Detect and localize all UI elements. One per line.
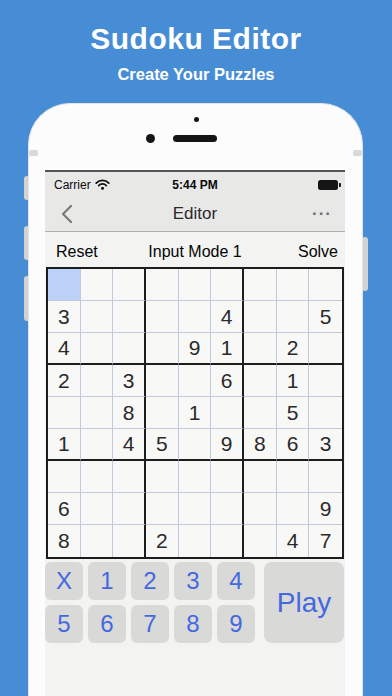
key-2[interactable]: 2: [131, 562, 169, 600]
sudoku-cell-r1c1[interactable]: [48, 269, 81, 301]
solve-button[interactable]: Solve: [298, 243, 338, 261]
key-9[interactable]: 9: [217, 605, 255, 643]
sudoku-cell-r3c9[interactable]: [309, 333, 342, 365]
sudoku-cell-r1c3[interactable]: [113, 269, 146, 301]
sudoku-cell-r1c7[interactable]: [244, 269, 277, 301]
sudoku-cell-r5c5[interactable]: 1: [179, 397, 212, 429]
sudoku-cell-r1c5[interactable]: [179, 269, 212, 301]
number-keys: X 1 2 3 4 5 6 7 8 9: [45, 562, 255, 643]
sudoku-cell-r5c2[interactable]: [81, 397, 114, 429]
sudoku-cell-r4c2[interactable]: [81, 365, 114, 397]
sudoku-cell-r5c4[interactable]: [146, 397, 179, 429]
more-menu-button ellipsis-icon[interactable]: ···: [312, 197, 332, 231]
antenna-line-right: [353, 150, 362, 156]
nav-bar: Editor ···: [45, 197, 345, 232]
sudoku-cell-r2c2[interactable]: [81, 301, 114, 333]
sudoku-cell-r5c9[interactable]: [309, 397, 342, 429]
sudoku-cell-r8c6[interactable]: [211, 493, 244, 525]
key-1[interactable]: 1: [88, 562, 126, 600]
sudoku-cell-r2c6[interactable]: 4: [211, 301, 244, 333]
key-x[interactable]: X: [45, 562, 83, 600]
key-6[interactable]: 6: [88, 605, 126, 643]
sudoku-cell-r7c5[interactable]: [179, 461, 212, 493]
sudoku-cell-r3c7[interactable]: [244, 333, 277, 365]
sudoku-cell-r7c9[interactable]: [309, 461, 342, 493]
antenna-line-left: [29, 150, 38, 156]
sudoku-cell-r8c3[interactable]: [113, 493, 146, 525]
battery-icon: [318, 180, 338, 190]
sudoku-cell-r9c1[interactable]: 8: [48, 525, 81, 557]
sudoku-cell-r4c4[interactable]: [146, 365, 179, 397]
sudoku-cell-r8c2[interactable]: [81, 493, 114, 525]
sudoku-cell-r5c7[interactable]: [244, 397, 277, 429]
sudoku-cell-r9c9[interactable]: 7: [309, 525, 342, 557]
sudoku-cell-r6c5[interactable]: [179, 429, 212, 461]
sudoku-cell-r7c7[interactable]: [244, 461, 277, 493]
screen: Carrier 5:44 PM Editor ··· Reset Input M…: [45, 170, 345, 696]
key-5[interactable]: 5: [45, 605, 83, 643]
sudoku-cell-r7c2[interactable]: [81, 461, 114, 493]
proximity-sensor-dot: [194, 117, 199, 122]
sudoku-cell-r4c7[interactable]: [244, 365, 277, 397]
sudoku-cell-r6c9[interactable]: 3: [309, 429, 342, 461]
sudoku-cell-r3c3[interactable]: [113, 333, 146, 365]
sudoku-cell-r9c6[interactable]: [211, 525, 244, 557]
nav-title: Editor: [45, 197, 345, 231]
sudoku-cell-r3c5[interactable]: 9: [179, 333, 212, 365]
sudoku-grid: 345491223618151459863698247: [46, 267, 344, 559]
sudoku-cell-r5c3[interactable]: 8: [113, 397, 146, 429]
key-3[interactable]: 3: [174, 562, 212, 600]
sudoku-cell-r8c8[interactable]: [277, 493, 310, 525]
clock-label: 5:44 PM: [45, 178, 345, 192]
sudoku-cell-r9c7[interactable]: [244, 525, 277, 557]
sudoku-cell-r4c9[interactable]: [309, 365, 342, 397]
sudoku-cell-r3c6[interactable]: 1: [211, 333, 244, 365]
sudoku-cell-r6c8[interactable]: 6: [277, 429, 310, 461]
sudoku-cell-r4c1[interactable]: 2: [48, 365, 81, 397]
keypad: X 1 2 3 4 5 6 7 8 9 Play: [45, 562, 345, 643]
phone-frame: Carrier 5:44 PM Editor ··· Reset Input M…: [28, 103, 363, 696]
sudoku-cell-r5c1[interactable]: [48, 397, 81, 429]
sudoku-cell-r1c6[interactable]: [211, 269, 244, 301]
sudoku-cell-r8c4[interactable]: [146, 493, 179, 525]
page-title: Sudoku Editor: [0, 22, 392, 56]
sudoku-cell-r4c5[interactable]: [179, 365, 212, 397]
sudoku-cell-r3c8[interactable]: 2: [277, 333, 310, 365]
sudoku-cell-r6c6[interactable]: 9: [211, 429, 244, 461]
sudoku-cell-r9c3[interactable]: [113, 525, 146, 557]
sudoku-cell-r2c1[interactable]: 3: [48, 301, 81, 333]
front-camera-icon: [146, 134, 155, 143]
sudoku-cell-r9c8[interactable]: 4: [277, 525, 310, 557]
sudoku-cell-r8c9[interactable]: 9: [309, 493, 342, 525]
key-4[interactable]: 4: [217, 562, 255, 600]
sudoku-cell-r8c1[interactable]: 6: [48, 493, 81, 525]
page-subtitle: Create Your Puzzles: [0, 65, 392, 84]
sudoku-cell-r7c3[interactable]: [113, 461, 146, 493]
sudoku-cell-r2c8[interactable]: [277, 301, 310, 333]
key-8[interactable]: 8: [174, 605, 212, 643]
sudoku-cell-r3c1[interactable]: 4: [48, 333, 81, 365]
sudoku-cell-r4c3[interactable]: 3: [113, 365, 146, 397]
sudoku-cell-r5c8[interactable]: 5: [277, 397, 310, 429]
play-button[interactable]: Play: [264, 562, 344, 643]
sudoku-cell-r4c6[interactable]: 6: [211, 365, 244, 397]
key-7[interactable]: 7: [131, 605, 169, 643]
sudoku-cell-r6c4[interactable]: 5: [146, 429, 179, 461]
sudoku-cell-r3c4[interactable]: [146, 333, 179, 365]
sudoku-cell-r3c2[interactable]: [81, 333, 114, 365]
sudoku-cell-r9c4[interactable]: 2: [146, 525, 179, 557]
sudoku-cell-r4c8[interactable]: 1: [277, 365, 310, 397]
sudoku-cell-r7c1[interactable]: [48, 461, 81, 493]
sudoku-cell-r1c9[interactable]: [309, 269, 342, 301]
sudoku-cell-r2c9[interactable]: 5: [309, 301, 342, 333]
sudoku-cell-r1c4[interactable]: [146, 269, 179, 301]
sudoku-cell-r2c4[interactable]: [146, 301, 179, 333]
sudoku-cell-r9c2[interactable]: [81, 525, 114, 557]
sudoku-cell-r2c3[interactable]: [113, 301, 146, 333]
sudoku-cell-r9c5[interactable]: [179, 525, 212, 557]
sudoku-cell-r8c5[interactable]: [179, 493, 212, 525]
sudoku-cell-r6c2[interactable]: [81, 429, 114, 461]
status-bar: Carrier 5:44 PM: [45, 172, 345, 197]
sudoku-cell-r6c3[interactable]: 4: [113, 429, 146, 461]
toolbar: Reset Input Mode 1 Solve: [45, 241, 345, 264]
sudoku-cell-r8c7[interactable]: [244, 493, 277, 525]
sudoku-cell-r5c6[interactable]: [211, 397, 244, 429]
sudoku-cell-r6c7[interactable]: 8: [244, 429, 277, 461]
sudoku-cell-r2c5[interactable]: [179, 301, 212, 333]
sudoku-cell-r7c8[interactable]: [277, 461, 310, 493]
sudoku-cell-r6c1[interactable]: 1: [48, 429, 81, 461]
sudoku-cell-r7c6[interactable]: [211, 461, 244, 493]
sudoku-cell-r1c2[interactable]: [81, 269, 114, 301]
sudoku-cell-r1c8[interactable]: [277, 269, 310, 301]
sudoku-cell-r2c7[interactable]: [244, 301, 277, 333]
sudoku-cell-r7c4[interactable]: [146, 461, 179, 493]
earpiece-speaker: [173, 135, 217, 142]
